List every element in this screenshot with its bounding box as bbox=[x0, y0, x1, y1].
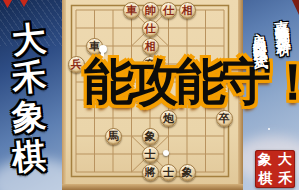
red-corner-flag-icon bbox=[20, 0, 28, 7]
piece-red-兵[interactable]: 兵 bbox=[68, 56, 85, 73]
piece-black-馬[interactable]: 馬 bbox=[105, 128, 122, 145]
hand-cursor-icon bbox=[99, 45, 107, 53]
board-edge bbox=[62, 0, 66, 190]
thumbnail-stage: 大 禾 象 棋 車帥仕相仕相兵兵車卒炮卒馬象士將士象 能攻能守！ 直播昨局复盘分… bbox=[0, 0, 299, 190]
channel-title-char: 象 bbox=[6, 97, 53, 135]
last-move-dot bbox=[163, 150, 169, 156]
piece-red-相[interactable]: 相 bbox=[179, 2, 196, 19]
dark-red-corner-accent bbox=[292, 0, 299, 15]
board-edge bbox=[62, 184, 243, 190]
channel-title-char: 棋 bbox=[6, 137, 53, 175]
piece-red-車[interactable]: 車 bbox=[123, 2, 140, 19]
channel-title-char: 大 bbox=[6, 20, 53, 58]
piece-red-帥[interactable]: 帥 bbox=[142, 2, 159, 19]
piece-black-將[interactable]: 將 bbox=[142, 164, 159, 181]
seal-char: 大 bbox=[275, 150, 295, 169]
seal-char: 象 bbox=[255, 150, 275, 169]
piece-black-士[interactable]: 士 bbox=[160, 164, 177, 181]
piece-red-仕[interactable]: 仕 bbox=[142, 20, 159, 37]
channel-title-char: 禾 bbox=[6, 58, 53, 96]
piece-black-象[interactable]: 象 bbox=[179, 164, 196, 181]
channel-seal: 象 大 棋 禾 bbox=[255, 150, 295, 188]
seal-char: 禾 bbox=[275, 169, 295, 188]
piece-black-象[interactable]: 象 bbox=[142, 128, 159, 145]
piece-black-士[interactable]: 士 bbox=[142, 146, 159, 163]
piece-red-相[interactable]: 相 bbox=[142, 38, 159, 55]
piece-black-炮[interactable]: 炮 bbox=[160, 110, 177, 127]
seal-char: 棋 bbox=[255, 169, 275, 188]
red-corner-flag-icon bbox=[3, 0, 12, 8]
piece-black-卒[interactable]: 卒 bbox=[216, 110, 233, 127]
piece-red-仕[interactable]: 仕 bbox=[160, 2, 177, 19]
